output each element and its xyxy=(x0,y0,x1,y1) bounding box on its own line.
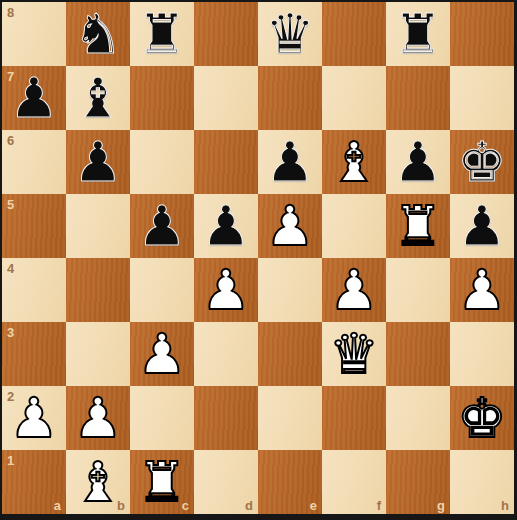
black-rook-c8-icon[interactable]: ♜ xyxy=(130,2,194,66)
square-f4[interactable]: ♟ xyxy=(322,258,386,322)
square-b5[interactable] xyxy=(66,194,130,258)
square-h3[interactable] xyxy=(450,322,514,386)
square-b2[interactable]: ♟ xyxy=(66,386,130,450)
white-pawn-f4-icon[interactable]: ♟ xyxy=(322,258,386,322)
square-e4[interactable] xyxy=(258,258,322,322)
square-a8[interactable]: 8 xyxy=(2,2,66,66)
square-h7[interactable] xyxy=(450,66,514,130)
file-label-e: e xyxy=(310,499,317,512)
rank-label-3: 3 xyxy=(7,326,14,339)
rank-label-1: 1 xyxy=(7,454,14,467)
square-h2[interactable]: ♚ xyxy=(450,386,514,450)
square-f8[interactable] xyxy=(322,2,386,66)
square-d3[interactable] xyxy=(194,322,258,386)
square-d4[interactable]: ♟ xyxy=(194,258,258,322)
square-c3[interactable]: ♟ xyxy=(130,322,194,386)
square-a6[interactable]: 6 xyxy=(2,130,66,194)
white-pawn-a2-icon[interactable]: ♟ xyxy=(2,386,66,450)
square-g8[interactable]: ♜ xyxy=(386,2,450,66)
black-king-h6-icon[interactable]: ♚ xyxy=(450,130,514,194)
square-d2[interactable] xyxy=(194,386,258,450)
white-queen-f3-icon[interactable]: ♛ xyxy=(322,322,386,386)
square-b1[interactable]: b♝ xyxy=(66,450,130,514)
white-pawn-e5-icon[interactable]: ♟ xyxy=(258,194,322,258)
white-pawn-d4-icon[interactable]: ♟ xyxy=(194,258,258,322)
white-pawn-h4-icon[interactable]: ♟ xyxy=(450,258,514,322)
square-e2[interactable] xyxy=(258,386,322,450)
rank-label-4: 4 xyxy=(7,262,14,275)
square-c7[interactable] xyxy=(130,66,194,130)
square-g1[interactable]: g xyxy=(386,450,450,514)
square-a7[interactable]: 7♟ xyxy=(2,66,66,130)
square-g5[interactable]: ♜ xyxy=(386,194,450,258)
square-b4[interactable] xyxy=(66,258,130,322)
white-king-h2-icon[interactable]: ♚ xyxy=(450,386,514,450)
file-label-a: a xyxy=(54,499,61,512)
square-f7[interactable] xyxy=(322,66,386,130)
square-e7[interactable] xyxy=(258,66,322,130)
square-d1[interactable]: d xyxy=(194,450,258,514)
square-c8[interactable]: ♜ xyxy=(130,2,194,66)
square-b8[interactable]: ♞ xyxy=(66,2,130,66)
file-label-g: g xyxy=(437,499,445,512)
square-h5[interactable]: ♟ xyxy=(450,194,514,258)
square-e3[interactable] xyxy=(258,322,322,386)
white-pawn-c3-icon[interactable]: ♟ xyxy=(130,322,194,386)
white-rook-c1-icon[interactable]: ♜ xyxy=(130,450,194,514)
square-f2[interactable] xyxy=(322,386,386,450)
square-f3[interactable]: ♛ xyxy=(322,322,386,386)
white-rook-g5-icon[interactable]: ♜ xyxy=(386,194,450,258)
square-a1[interactable]: 1a xyxy=(2,450,66,514)
rank-label-6: 6 xyxy=(7,134,14,147)
square-d7[interactable] xyxy=(194,66,258,130)
square-h6[interactable]: ♚ xyxy=(450,130,514,194)
file-label-h: h xyxy=(501,499,509,512)
square-f6[interactable]: ♝ xyxy=(322,130,386,194)
square-c4[interactable] xyxy=(130,258,194,322)
rank-label-8: 8 xyxy=(7,6,14,19)
white-pawn-b2-icon[interactable]: ♟ xyxy=(66,386,130,450)
white-bishop-f6-icon[interactable]: ♝ xyxy=(322,130,386,194)
square-d6[interactable] xyxy=(194,130,258,194)
square-d8[interactable] xyxy=(194,2,258,66)
square-h4[interactable]: ♟ xyxy=(450,258,514,322)
square-b3[interactable] xyxy=(66,322,130,386)
chess-board: 8♞♜♛♜7♟♝6♟♟♝♟♚5♟♟♟♜♟4♟♟♟3♟♛2♟♟♚1ab♝c♜def… xyxy=(2,2,514,514)
file-label-d: d xyxy=(245,499,253,512)
square-g2[interactable] xyxy=(386,386,450,450)
square-h1[interactable]: h xyxy=(450,450,514,514)
black-pawn-h5-icon[interactable]: ♟ xyxy=(450,194,514,258)
black-pawn-b6-icon[interactable]: ♟ xyxy=(66,130,130,194)
square-g6[interactable]: ♟ xyxy=(386,130,450,194)
square-c2[interactable] xyxy=(130,386,194,450)
black-pawn-e6-icon[interactable]: ♟ xyxy=(258,130,322,194)
white-bishop-b1-icon[interactable]: ♝ xyxy=(66,450,130,514)
square-e8[interactable]: ♛ xyxy=(258,2,322,66)
black-knight-b8-icon[interactable]: ♞ xyxy=(66,2,130,66)
square-b7[interactable]: ♝ xyxy=(66,66,130,130)
black-pawn-c5-icon[interactable]: ♟ xyxy=(130,194,194,258)
square-h8[interactable] xyxy=(450,2,514,66)
black-rook-g8-icon[interactable]: ♜ xyxy=(386,2,450,66)
square-e1[interactable]: e xyxy=(258,450,322,514)
black-bishop-b7-icon[interactable]: ♝ xyxy=(66,66,130,130)
square-c5[interactable]: ♟ xyxy=(130,194,194,258)
square-c6[interactable] xyxy=(130,130,194,194)
square-c1[interactable]: c♜ xyxy=(130,450,194,514)
square-e6[interactable]: ♟ xyxy=(258,130,322,194)
square-a3[interactable]: 3 xyxy=(2,322,66,386)
square-d5[interactable]: ♟ xyxy=(194,194,258,258)
black-queen-e8-icon[interactable]: ♛ xyxy=(258,2,322,66)
black-pawn-a7-icon[interactable]: ♟ xyxy=(2,66,66,130)
square-g3[interactable] xyxy=(386,322,450,386)
chess-app-window: 8♞♜♛♜7♟♝6♟♟♝♟♚5♟♟♟♜♟4♟♟♟3♟♛2♟♟♚1ab♝c♜def… xyxy=(0,0,517,520)
square-e5[interactable]: ♟ xyxy=(258,194,322,258)
black-pawn-d5-icon[interactable]: ♟ xyxy=(194,194,258,258)
square-f5[interactable] xyxy=(322,194,386,258)
square-a5[interactable]: 5 xyxy=(2,194,66,258)
square-f1[interactable]: f xyxy=(322,450,386,514)
square-a2[interactable]: 2♟ xyxy=(2,386,66,450)
rank-label-5: 5 xyxy=(7,198,14,211)
square-g7[interactable] xyxy=(386,66,450,130)
square-a4[interactable]: 4 xyxy=(2,258,66,322)
square-g4[interactable] xyxy=(386,258,450,322)
square-b6[interactable]: ♟ xyxy=(66,130,130,194)
black-pawn-g6-icon[interactable]: ♟ xyxy=(386,130,450,194)
file-label-f: f xyxy=(377,499,381,512)
